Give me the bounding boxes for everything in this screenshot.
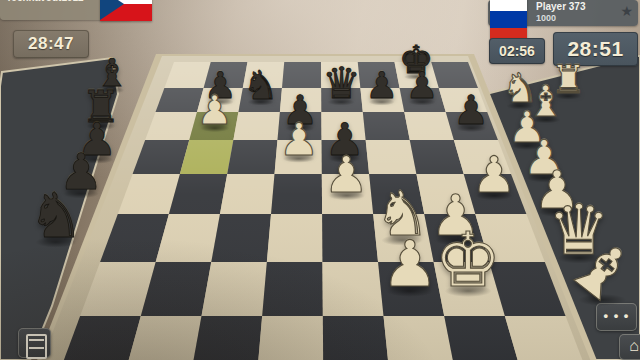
piece-black-pawn-f7[interactable]: ♟ bbox=[365, 68, 398, 105]
piece-black-pawn-g7[interactable]: ♟ bbox=[406, 68, 439, 105]
piece-black-queen-e7[interactable]: ♛ bbox=[322, 62, 361, 105]
piece-white-pawn-b6[interactable]: ♟ bbox=[196, 91, 232, 131]
right-player-rating: 1000 bbox=[536, 13, 556, 23]
piece-black-knight-c7[interactable]: ♞ bbox=[243, 65, 279, 105]
star-icon: ★ bbox=[620, 4, 633, 18]
chess-app-screen: ♚♛♞♟♟♟♟♟♟♟♟♟♟♞♟♟♚♝♜♟♟♞♞♜♝♟♟♟♛♝ Technavou… bbox=[0, 0, 640, 360]
left-player-clock: 28:47 bbox=[13, 30, 89, 58]
piece-black-pawn-h6[interactable]: ♟ bbox=[453, 91, 489, 131]
home-button[interactable]: ⌂ bbox=[619, 334, 640, 360]
menu-button[interactable] bbox=[18, 328, 51, 358]
piece-white-pawn-f2[interactable]: ♟ bbox=[381, 233, 438, 297]
right-player-move-timer: 02:56 bbox=[489, 38, 545, 64]
piece-white-pawn-d5[interactable]: ♟ bbox=[279, 118, 319, 163]
piece-white-pawn-e4[interactable]: ♟ bbox=[324, 150, 369, 200]
czech-flag-icon bbox=[100, 0, 152, 21]
piece-white-king-g2[interactable]: ♚ bbox=[434, 223, 501, 298]
right-player-name: Player 373 bbox=[536, 1, 586, 12]
captured-black-knight: ♞ bbox=[28, 185, 84, 247]
moves-list-icon bbox=[26, 334, 47, 359]
